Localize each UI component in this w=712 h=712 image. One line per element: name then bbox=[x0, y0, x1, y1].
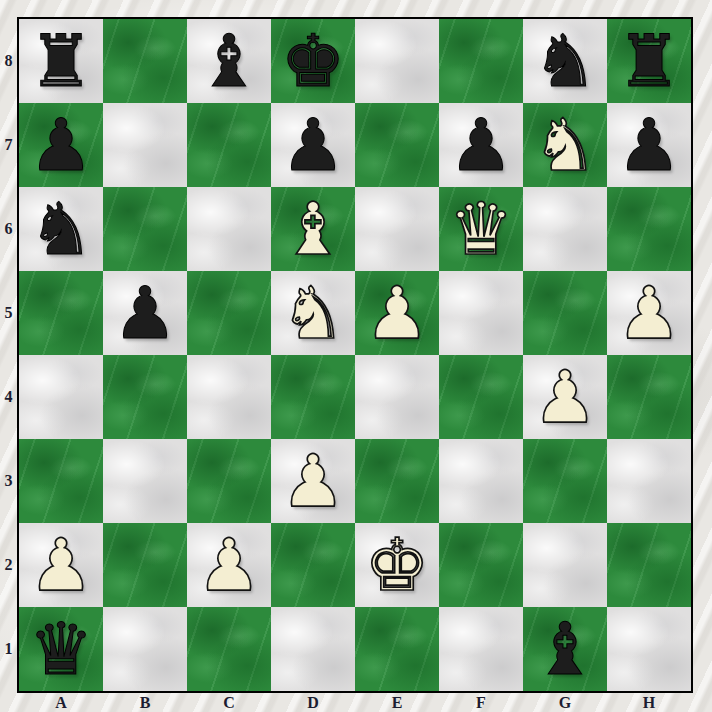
square-d3[interactable]: ♟ bbox=[271, 439, 355, 523]
rank-label-3: 3 bbox=[0, 439, 17, 523]
square-f6[interactable]: ♛ bbox=[439, 187, 523, 271]
square-a8[interactable]: ♜ bbox=[19, 19, 103, 103]
square-h7[interactable]: ♟ bbox=[607, 103, 691, 187]
piece-black-pawn-b5[interactable]: ♟ bbox=[113, 271, 178, 355]
square-e4[interactable] bbox=[355, 355, 439, 439]
square-c8[interactable]: ♝ bbox=[187, 19, 271, 103]
square-g8[interactable]: ♞ bbox=[523, 19, 607, 103]
square-c6[interactable] bbox=[187, 187, 271, 271]
square-h6[interactable] bbox=[607, 187, 691, 271]
chessboard-app: ♜♝♚♞♜♟♟♟♞♟♞♝♛♟♞♟♟♟♟♟♟♚♛♝ 87654321 ABCDEF… bbox=[0, 0, 712, 712]
square-a2[interactable]: ♟ bbox=[19, 523, 103, 607]
square-f8[interactable] bbox=[439, 19, 523, 103]
file-label-B: B bbox=[103, 693, 187, 712]
square-b2[interactable] bbox=[103, 523, 187, 607]
piece-white-bishop-d6[interactable]: ♝ bbox=[281, 187, 346, 271]
square-g1[interactable]: ♝ bbox=[523, 607, 607, 691]
piece-black-knight-a6[interactable]: ♞ bbox=[29, 187, 94, 271]
piece-black-pawn-a7[interactable]: ♟ bbox=[29, 103, 94, 187]
piece-white-pawn-g4[interactable]: ♟ bbox=[533, 355, 598, 439]
square-d6[interactable]: ♝ bbox=[271, 187, 355, 271]
square-c4[interactable] bbox=[187, 355, 271, 439]
square-f4[interactable] bbox=[439, 355, 523, 439]
square-c7[interactable] bbox=[187, 103, 271, 187]
square-e3[interactable] bbox=[355, 439, 439, 523]
board-frame: ♜♝♚♞♜♟♟♟♞♟♞♝♛♟♞♟♟♟♟♟♟♚♛♝ bbox=[17, 17, 693, 693]
file-label-H: H bbox=[607, 693, 691, 712]
rank-label-7: 7 bbox=[0, 103, 17, 187]
square-b7[interactable] bbox=[103, 103, 187, 187]
square-a3[interactable] bbox=[19, 439, 103, 523]
square-e5[interactable]: ♟ bbox=[355, 271, 439, 355]
square-h4[interactable] bbox=[607, 355, 691, 439]
piece-white-pawn-e5[interactable]: ♟ bbox=[365, 271, 430, 355]
piece-white-knight-g7[interactable]: ♞ bbox=[533, 103, 598, 187]
rank-label-4: 4 bbox=[0, 355, 17, 439]
piece-white-queen-f6[interactable]: ♛ bbox=[449, 187, 514, 271]
square-b5[interactable]: ♟ bbox=[103, 271, 187, 355]
piece-black-pawn-f7[interactable]: ♟ bbox=[449, 103, 514, 187]
square-d2[interactable] bbox=[271, 523, 355, 607]
square-h5[interactable]: ♟ bbox=[607, 271, 691, 355]
rank-label-8: 8 bbox=[0, 19, 17, 103]
square-f7[interactable]: ♟ bbox=[439, 103, 523, 187]
square-d5[interactable]: ♞ bbox=[271, 271, 355, 355]
square-c2[interactable]: ♟ bbox=[187, 523, 271, 607]
square-g4[interactable]: ♟ bbox=[523, 355, 607, 439]
square-c5[interactable] bbox=[187, 271, 271, 355]
square-e8[interactable] bbox=[355, 19, 439, 103]
file-label-E: E bbox=[355, 693, 439, 712]
square-c3[interactable] bbox=[187, 439, 271, 523]
square-e1[interactable] bbox=[355, 607, 439, 691]
file-label-D: D bbox=[271, 693, 355, 712]
piece-black-bishop-g1[interactable]: ♝ bbox=[533, 607, 598, 691]
square-b3[interactable] bbox=[103, 439, 187, 523]
square-g7[interactable]: ♞ bbox=[523, 103, 607, 187]
square-e7[interactable] bbox=[355, 103, 439, 187]
piece-white-pawn-d3[interactable]: ♟ bbox=[281, 439, 346, 523]
square-d8[interactable]: ♚ bbox=[271, 19, 355, 103]
piece-black-bishop-c8[interactable]: ♝ bbox=[197, 19, 262, 103]
rank-label-6: 6 bbox=[0, 187, 17, 271]
piece-white-pawn-h5[interactable]: ♟ bbox=[617, 271, 682, 355]
square-b1[interactable] bbox=[103, 607, 187, 691]
square-c1[interactable] bbox=[187, 607, 271, 691]
file-label-C: C bbox=[187, 693, 271, 712]
piece-black-queen-a1[interactable]: ♛ bbox=[29, 607, 94, 691]
square-f1[interactable] bbox=[439, 607, 523, 691]
square-a1[interactable]: ♛ bbox=[19, 607, 103, 691]
square-b4[interactable] bbox=[103, 355, 187, 439]
square-a4[interactable] bbox=[19, 355, 103, 439]
file-label-F: F bbox=[439, 693, 523, 712]
square-d7[interactable]: ♟ bbox=[271, 103, 355, 187]
square-b6[interactable] bbox=[103, 187, 187, 271]
square-h3[interactable] bbox=[607, 439, 691, 523]
piece-black-king-d8[interactable]: ♚ bbox=[281, 19, 346, 103]
piece-white-king-e2[interactable]: ♚ bbox=[365, 523, 430, 607]
square-g3[interactable] bbox=[523, 439, 607, 523]
square-e6[interactable] bbox=[355, 187, 439, 271]
file-label-G: G bbox=[523, 693, 607, 712]
square-d4[interactable] bbox=[271, 355, 355, 439]
square-a7[interactable]: ♟ bbox=[19, 103, 103, 187]
square-g2[interactable] bbox=[523, 523, 607, 607]
square-d1[interactable] bbox=[271, 607, 355, 691]
square-a6[interactable]: ♞ bbox=[19, 187, 103, 271]
piece-black-knight-g8[interactable]: ♞ bbox=[533, 19, 598, 103]
piece-white-pawn-c2[interactable]: ♟ bbox=[197, 523, 262, 607]
piece-white-knight-d5[interactable]: ♞ bbox=[281, 271, 346, 355]
rank-label-2: 2 bbox=[0, 523, 17, 607]
square-f2[interactable] bbox=[439, 523, 523, 607]
square-g6[interactable] bbox=[523, 187, 607, 271]
square-e2[interactable]: ♚ bbox=[355, 523, 439, 607]
square-a5[interactable] bbox=[19, 271, 103, 355]
rank-label-5: 5 bbox=[0, 271, 17, 355]
piece-black-rook-a8[interactable]: ♜ bbox=[29, 19, 94, 103]
piece-black-pawn-h7[interactable]: ♟ bbox=[617, 103, 682, 187]
square-b8[interactable] bbox=[103, 19, 187, 103]
square-f5[interactable] bbox=[439, 271, 523, 355]
piece-black-rook-h8[interactable]: ♜ bbox=[617, 19, 682, 103]
square-g5[interactable] bbox=[523, 271, 607, 355]
piece-black-pawn-d7[interactable]: ♟ bbox=[281, 103, 346, 187]
chess-board: ♜♝♚♞♜♟♟♟♞♟♞♝♛♟♞♟♟♟♟♟♟♚♛♝ bbox=[19, 19, 691, 691]
file-label-A: A bbox=[19, 693, 103, 712]
piece-white-pawn-a2[interactable]: ♟ bbox=[29, 523, 94, 607]
square-h8[interactable]: ♜ bbox=[607, 19, 691, 103]
square-f3[interactable] bbox=[439, 439, 523, 523]
rank-label-1: 1 bbox=[0, 607, 17, 691]
square-h2[interactable] bbox=[607, 523, 691, 607]
square-h1[interactable] bbox=[607, 607, 691, 691]
